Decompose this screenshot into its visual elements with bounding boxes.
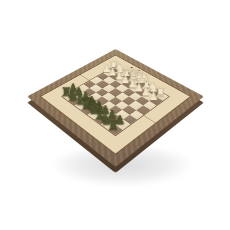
- piece-white-pawn: ♟: [148, 92, 158, 103]
- board-maple-border: ♜♞♝♛♚♝♞♜♟♟♟♟♟♟♟♟♟♟♟♟♟♟♟♟♜♞♝♛♚♝♞♜: [40, 55, 191, 155]
- chess-set-product-photo: ♜♞♝♛♚♝♞♜♟♟♟♟♟♟♟♟♟♟♟♟♟♟♟♟♜♞♝♛♚♝♞♜: [0, 0, 230, 230]
- board-grid: ♜♞♝♛♚♝♞♜♟♟♟♟♟♟♟♟♟♟♟♟♟♟♟♟♜♞♝♛♚♝♞♜: [62, 66, 168, 135]
- square-f4: [122, 97, 135, 106]
- square-e5: [109, 97, 122, 106]
- piece-black-rook: ♜: [107, 118, 118, 131]
